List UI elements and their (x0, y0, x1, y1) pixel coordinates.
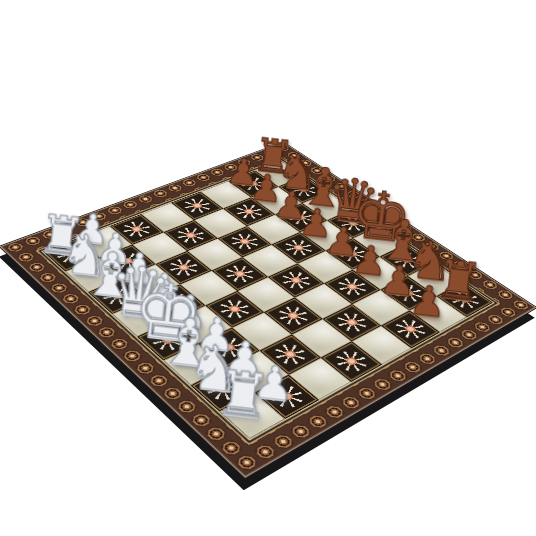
board-perspective-wrapper: ♜♞♝♛♚♝♞♜♟♟♟♟♟♟♟♟♟♟♟♟♟♟♟♟♜♞♝♛♚♝♞♜ (57, 66, 480, 489)
product-photo-scene: ♜♞♝♛♚♝♞♜♟♟♟♟♟♟♟♟♟♟♟♟♟♟♟♟♜♞♝♛♚♝♞♜ (0, 0, 536, 536)
black-pawn-h7[interactable]: ♟ (405, 279, 450, 323)
chess-board: ♜♞♝♛♚♝♞♜♟♟♟♟♟♟♟♟♟♟♟♟♟♟♟♟♜♞♝♛♚♝♞♜ (43, 161, 493, 439)
board-mosaic-frame: ♜♞♝♛♚♝♞♜♟♟♟♟♟♟♟♟♟♟♟♟♟♟♟♟♜♞♝♛♚♝♞♜ (0, 142, 536, 478)
white-rook-h1[interactable]: ♜ (213, 363, 267, 426)
chess-board-3d: ♜♞♝♛♚♝♞♜♟♟♟♟♟♟♟♟♟♟♟♟♟♟♟♟♜♞♝♛♚♝♞♜ (0, 142, 536, 478)
